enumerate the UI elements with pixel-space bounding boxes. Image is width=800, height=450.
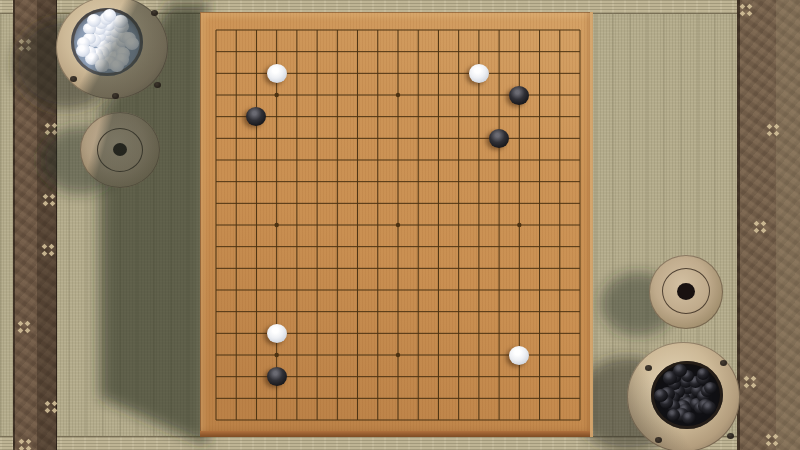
star-point	[396, 223, 400, 227]
black-stone-bowl	[627, 342, 740, 450]
go-board[interactable]	[200, 12, 593, 437]
bowl-rim-knob	[720, 360, 727, 366]
white-stone[interactable]	[267, 64, 287, 83]
bowl-rim-knob	[70, 76, 77, 82]
bowl-rim-knob	[727, 433, 734, 439]
go-scene	[0, 0, 800, 450]
bowl-rim-knob	[151, 10, 158, 16]
bowl-rim-knob	[112, 93, 119, 99]
star-point	[274, 353, 278, 357]
shadow-overlay	[80, 112, 160, 188]
bowl-rim-knob	[645, 365, 652, 371]
white-stone[interactable]	[267, 324, 287, 343]
grid-lines	[200, 12, 593, 437]
star-point	[274, 93, 278, 97]
star-point	[396, 93, 400, 97]
white-stone[interactable]	[509, 346, 529, 365]
black-bowl-lid	[649, 255, 723, 329]
white-bowl-lid	[80, 112, 160, 188]
board-side-face-right	[590, 12, 593, 437]
white-stone-bowl	[56, 0, 168, 99]
lid-center-dot	[677, 283, 695, 300]
black-stone[interactable]	[267, 367, 287, 386]
star-point	[274, 223, 278, 227]
shadow-overlay	[627, 342, 740, 450]
bowl-rim-knob	[154, 82, 161, 88]
board-side-face-bottom	[200, 431, 593, 437]
white-stone[interactable]	[469, 64, 489, 83]
black-stone[interactable]	[509, 86, 529, 105]
bowl-rim-knob	[655, 437, 662, 443]
black-stone[interactable]	[489, 129, 509, 148]
star-point	[517, 223, 521, 227]
star-point	[396, 353, 400, 357]
